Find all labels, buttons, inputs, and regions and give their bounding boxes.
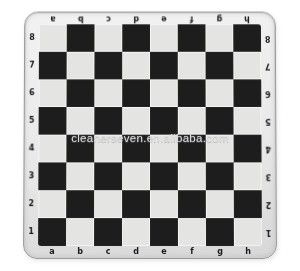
- square-g7: [206, 52, 234, 80]
- square-c3: [94, 162, 122, 190]
- rank-label-right-8: 8: [265, 34, 271, 42]
- square-h4: [234, 135, 262, 163]
- file-label-bottom-c: c: [94, 248, 122, 256]
- rank-label-left-1: 1: [28, 228, 34, 236]
- square-f2: [178, 190, 206, 218]
- rank-label-left-3: 3: [29, 172, 35, 180]
- file-label-top-f: f: [178, 15, 206, 23]
- square-e6: [150, 79, 178, 107]
- square-b1: [66, 218, 94, 246]
- square-b7: [67, 52, 95, 80]
- chess-board-grid: [38, 24, 262, 246]
- rank-labels-right: 87654321: [261, 24, 276, 246]
- square-e5: [150, 107, 178, 135]
- square-f6: [178, 79, 206, 107]
- square-a3: [38, 162, 66, 190]
- rank-label-left-7: 7: [29, 62, 35, 70]
- square-d1: [122, 218, 150, 246]
- square-c4: [94, 135, 122, 163]
- square-e2: [150, 190, 178, 218]
- rank-label-right-6: 6: [265, 89, 271, 97]
- square-g3: [206, 162, 234, 190]
- square-b2: [66, 190, 94, 218]
- square-a6: [39, 79, 67, 107]
- square-e8: [150, 24, 178, 51]
- square-b3: [66, 162, 94, 190]
- rank-labels-left: 87654321: [24, 24, 39, 246]
- square-f1: [178, 218, 206, 246]
- rank-label-right-7: 7: [265, 62, 271, 70]
- square-c7: [94, 52, 122, 80]
- square-b5: [66, 107, 94, 135]
- rank-label-right-5: 5: [266, 117, 272, 125]
- square-c5: [94, 107, 122, 135]
- file-labels-top: abcdefgh: [39, 13, 261, 25]
- square-f8: [178, 24, 206, 51]
- rank-label-right-3: 3: [266, 172, 272, 180]
- square-c2: [94, 190, 122, 218]
- square-c6: [94, 79, 122, 107]
- square-d8: [122, 24, 150, 51]
- square-e3: [150, 162, 178, 190]
- square-d4: [122, 135, 150, 163]
- file-label-top-b: b: [67, 15, 95, 23]
- square-d6: [122, 79, 150, 107]
- square-h1: [234, 218, 262, 246]
- rank-label-right-1: 1: [266, 228, 272, 236]
- rank-label-left-6: 6: [29, 89, 35, 97]
- file-label-bottom-d: d: [122, 248, 150, 256]
- square-h2: [234, 190, 262, 218]
- chess-mat: abcdefgh 87654321 87654321 abcdefgh: [23, 12, 277, 259]
- square-g5: [206, 107, 234, 135]
- square-a4: [38, 135, 66, 163]
- file-label-top-e: e: [150, 15, 178, 23]
- square-a5: [39, 107, 67, 135]
- square-g4: [206, 135, 234, 163]
- square-h3: [234, 162, 262, 190]
- square-e1: [150, 218, 178, 246]
- rank-label-left-8: 8: [29, 34, 35, 42]
- square-b4: [66, 135, 94, 163]
- product-photo: abcdefgh 87654321 87654321 abcdefgh clea…: [0, 0, 300, 271]
- square-f5: [178, 107, 206, 135]
- square-h5: [233, 107, 261, 135]
- square-f4: [178, 135, 206, 163]
- file-label-bottom-e: e: [150, 248, 178, 256]
- rank-label-left-5: 5: [29, 117, 35, 125]
- file-label-bottom-b: b: [66, 248, 94, 256]
- square-g2: [206, 190, 234, 218]
- file-label-top-d: d: [122, 15, 150, 23]
- square-c8: [94, 24, 122, 51]
- file-label-bottom-a: a: [38, 248, 66, 256]
- square-a2: [38, 190, 66, 218]
- square-b6: [67, 79, 95, 107]
- file-label-top-h: h: [233, 15, 261, 23]
- file-label-top-c: c: [95, 15, 123, 23]
- square-f3: [178, 162, 206, 190]
- square-h7: [233, 52, 261, 80]
- square-g6: [206, 79, 234, 107]
- file-labels-bottom: abcdefgh: [38, 246, 262, 258]
- file-label-bottom-h: h: [234, 248, 262, 256]
- file-label-bottom-g: g: [206, 248, 234, 256]
- file-label-bottom-f: f: [178, 248, 206, 256]
- file-label-top-a: a: [39, 15, 67, 23]
- rank-label-right-2: 2: [266, 200, 272, 208]
- square-a7: [39, 52, 67, 80]
- square-d5: [122, 107, 150, 135]
- square-h8: [233, 24, 261, 51]
- square-c1: [94, 218, 122, 246]
- square-h6: [233, 79, 261, 107]
- square-b8: [67, 24, 95, 51]
- square-e4: [150, 135, 178, 163]
- square-g1: [206, 218, 234, 246]
- square-d2: [122, 190, 150, 218]
- rank-label-left-2: 2: [28, 200, 34, 208]
- square-d7: [122, 52, 150, 80]
- square-a8: [39, 24, 67, 51]
- file-label-top-g: g: [205, 15, 233, 23]
- square-g8: [205, 24, 233, 51]
- square-d3: [122, 162, 150, 190]
- square-a1: [38, 218, 66, 246]
- rank-label-left-4: 4: [29, 145, 35, 153]
- square-e7: [150, 52, 178, 80]
- square-f7: [178, 52, 206, 80]
- rank-label-right-4: 4: [266, 145, 272, 153]
